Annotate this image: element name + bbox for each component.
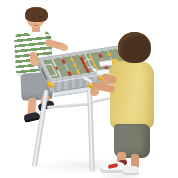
- right-boy-hand: [90, 88, 99, 96]
- left-boy-hand: [31, 59, 39, 66]
- figure-yellow: [73, 64, 77, 68]
- figure-yellow: [76, 70, 80, 74]
- figure-red: [85, 68, 89, 72]
- figure-yellow: [70, 58, 74, 62]
- left-boy-eye: [39, 16, 41, 18]
- figure-red: [67, 71, 71, 75]
- right-boy-hair: [118, 32, 151, 63]
- left-boy-eye: [33, 17, 35, 19]
- figure-red: [98, 53, 102, 57]
- right-boy-sneaker: [122, 166, 139, 175]
- figure-yellow: [107, 52, 111, 56]
- left-boy-hair-fringe: [26, 8, 46, 15]
- left-boy-hand: [60, 44, 68, 51]
- figure-red: [61, 59, 65, 63]
- product-photo: [0, 0, 178, 178]
- right-boy-yellow-shirt: [110, 61, 154, 129]
- figure-red: [54, 66, 58, 70]
